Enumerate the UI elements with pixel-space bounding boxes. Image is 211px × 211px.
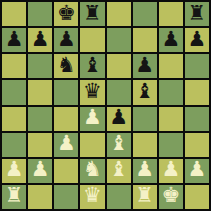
square-g3[interactable] bbox=[159, 133, 183, 157]
square-h8[interactable]: ♜ bbox=[185, 2, 209, 26]
piece-black-pawn[interactable]: ♟ bbox=[135, 55, 154, 76]
square-e6[interactable] bbox=[107, 54, 131, 78]
square-h4[interactable] bbox=[185, 107, 209, 131]
piece-white-queen[interactable]: ♛ bbox=[83, 185, 102, 206]
square-b8[interactable] bbox=[28, 2, 52, 26]
square-a8[interactable] bbox=[2, 2, 26, 26]
square-a3[interactable] bbox=[2, 133, 26, 157]
square-a2[interactable]: ♟ bbox=[2, 159, 26, 183]
piece-white-pawn[interactable]: ♟ bbox=[188, 159, 207, 180]
square-e1[interactable] bbox=[107, 185, 131, 209]
square-a6[interactable] bbox=[2, 54, 26, 78]
square-e7[interactable] bbox=[107, 28, 131, 52]
piece-white-pawn[interactable]: ♟ bbox=[57, 133, 76, 154]
chess-board: ♚♜♜♟♟♟♟♟♞♝♟♛♝♟♟♟♝♟♟♞♝♟♟♟♜♛♜♚ bbox=[0, 0, 211, 211]
square-e5[interactable] bbox=[107, 80, 131, 104]
piece-white-pawn[interactable]: ♟ bbox=[135, 159, 154, 180]
square-d2[interactable]: ♞ bbox=[80, 159, 104, 183]
square-b4[interactable] bbox=[28, 107, 52, 131]
square-h2[interactable]: ♟ bbox=[185, 159, 209, 183]
square-g7[interactable]: ♟ bbox=[159, 28, 183, 52]
square-d8[interactable]: ♜ bbox=[80, 2, 104, 26]
square-g1[interactable]: ♚ bbox=[159, 185, 183, 209]
square-e4[interactable]: ♟ bbox=[107, 107, 131, 131]
square-h3[interactable] bbox=[185, 133, 209, 157]
square-d5[interactable]: ♛ bbox=[80, 80, 104, 104]
square-b5[interactable] bbox=[28, 80, 52, 104]
piece-black-pawn[interactable]: ♟ bbox=[161, 29, 180, 50]
piece-white-rook[interactable]: ♜ bbox=[135, 185, 154, 206]
square-b7[interactable]: ♟ bbox=[28, 28, 52, 52]
square-h5[interactable] bbox=[185, 80, 209, 104]
square-e8[interactable] bbox=[107, 2, 131, 26]
square-g6[interactable] bbox=[159, 54, 183, 78]
piece-black-pawn[interactable]: ♟ bbox=[57, 29, 76, 50]
square-f5[interactable]: ♝ bbox=[133, 80, 157, 104]
piece-black-pawn[interactable]: ♟ bbox=[109, 107, 128, 128]
piece-white-rook[interactable]: ♜ bbox=[5, 185, 24, 206]
square-e3[interactable]: ♝ bbox=[107, 133, 131, 157]
square-g8[interactable] bbox=[159, 2, 183, 26]
piece-white-pawn[interactable]: ♟ bbox=[5, 159, 24, 180]
square-f3[interactable] bbox=[133, 133, 157, 157]
piece-black-rook[interactable]: ♜ bbox=[83, 3, 102, 24]
square-d7[interactable] bbox=[80, 28, 104, 52]
square-f4[interactable] bbox=[133, 107, 157, 131]
piece-black-rook[interactable]: ♜ bbox=[188, 3, 207, 24]
square-d1[interactable]: ♛ bbox=[80, 185, 104, 209]
piece-black-queen[interactable]: ♛ bbox=[83, 81, 102, 102]
square-a1[interactable]: ♜ bbox=[2, 185, 26, 209]
square-c3[interactable]: ♟ bbox=[54, 133, 78, 157]
square-f6[interactable]: ♟ bbox=[133, 54, 157, 78]
square-f2[interactable]: ♟ bbox=[133, 159, 157, 183]
piece-white-king[interactable]: ♚ bbox=[161, 185, 180, 206]
square-d3[interactable] bbox=[80, 133, 104, 157]
square-a5[interactable] bbox=[2, 80, 26, 104]
square-h7[interactable]: ♟ bbox=[185, 28, 209, 52]
square-c6[interactable]: ♞ bbox=[54, 54, 78, 78]
square-a4[interactable] bbox=[2, 107, 26, 131]
piece-white-pawn[interactable]: ♟ bbox=[161, 159, 180, 180]
square-g2[interactable]: ♟ bbox=[159, 159, 183, 183]
square-c4[interactable] bbox=[54, 107, 78, 131]
square-f8[interactable] bbox=[133, 2, 157, 26]
square-b3[interactable] bbox=[28, 133, 52, 157]
piece-black-pawn[interactable]: ♟ bbox=[31, 29, 50, 50]
square-f1[interactable]: ♜ bbox=[133, 185, 157, 209]
square-c5[interactable] bbox=[54, 80, 78, 104]
piece-white-pawn[interactable]: ♟ bbox=[31, 159, 50, 180]
square-d4[interactable]: ♟ bbox=[80, 107, 104, 131]
square-c2[interactable] bbox=[54, 159, 78, 183]
square-c8[interactable]: ♚ bbox=[54, 2, 78, 26]
square-b1[interactable] bbox=[28, 185, 52, 209]
square-c7[interactable]: ♟ bbox=[54, 28, 78, 52]
piece-white-bishop[interactable]: ♝ bbox=[109, 133, 128, 154]
piece-white-pawn[interactable]: ♟ bbox=[83, 107, 102, 128]
piece-black-king[interactable]: ♚ bbox=[57, 3, 76, 24]
square-d6[interactable]: ♝ bbox=[80, 54, 104, 78]
square-g4[interactable] bbox=[159, 107, 183, 131]
square-c1[interactable] bbox=[54, 185, 78, 209]
square-h6[interactable] bbox=[185, 54, 209, 78]
square-g5[interactable] bbox=[159, 80, 183, 104]
piece-white-bishop[interactable]: ♝ bbox=[109, 159, 128, 180]
square-h1[interactable] bbox=[185, 185, 209, 209]
piece-black-knight[interactable]: ♞ bbox=[57, 55, 76, 76]
piece-black-pawn[interactable]: ♟ bbox=[188, 29, 207, 50]
square-e2[interactable]: ♝ bbox=[107, 159, 131, 183]
square-a7[interactable]: ♟ bbox=[2, 28, 26, 52]
square-f7[interactable] bbox=[133, 28, 157, 52]
piece-white-knight[interactable]: ♞ bbox=[83, 159, 102, 180]
piece-black-pawn[interactable]: ♟ bbox=[5, 29, 24, 50]
square-b2[interactable]: ♟ bbox=[28, 159, 52, 183]
piece-black-bishop[interactable]: ♝ bbox=[83, 55, 102, 76]
square-b6[interactable] bbox=[28, 54, 52, 78]
piece-black-bishop[interactable]: ♝ bbox=[135, 81, 154, 102]
